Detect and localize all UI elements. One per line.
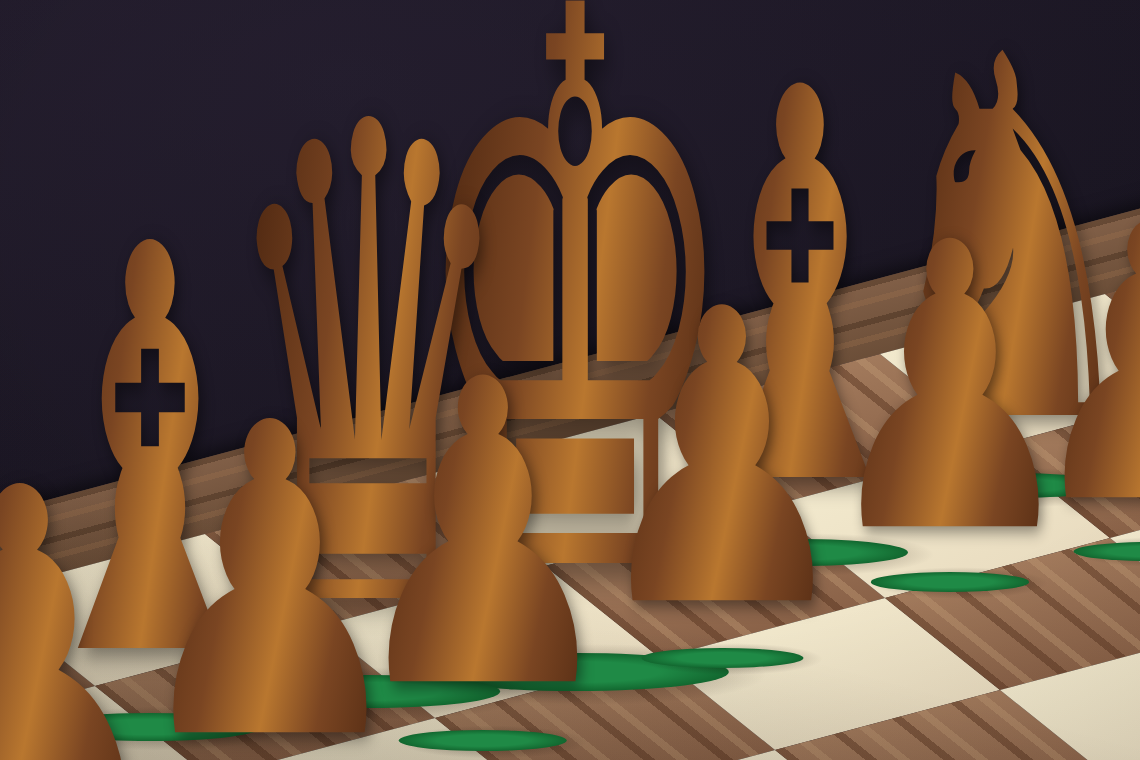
piece-black-pawn-b7: ♟ xyxy=(0,429,231,760)
pieces-layer: ♜♞♝♟♟♚♛♟♝♟♟♟ xyxy=(0,0,1140,760)
pawn-glyph: ♟ xyxy=(0,429,178,760)
chess-photo-stage: ♜♞♝♟♟♚♛♟♝♟♟♟ xyxy=(0,0,1140,760)
